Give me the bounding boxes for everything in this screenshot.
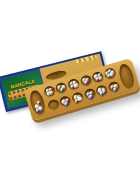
pit-bottom-1[interactable] <box>47 99 61 113</box>
brass-hinge-strip <box>76 55 97 64</box>
pit-bottom-3[interactable] <box>71 91 85 105</box>
pit-top-1[interactable] <box>43 85 57 99</box>
product-photo-scene: MANCALA <box>0 0 140 187</box>
stone-red <box>36 100 41 105</box>
pit-bottom-2[interactable] <box>59 95 73 109</box>
stone-white <box>73 83 78 88</box>
stone-white <box>38 106 43 111</box>
stone-white <box>77 97 82 102</box>
pit-bottom-4[interactable] <box>83 88 97 102</box>
pit-bottom-5[interactable] <box>95 84 109 98</box>
pit-top-3[interactable] <box>67 78 81 92</box>
pit-bottom-6[interactable] <box>108 81 122 95</box>
stone-red <box>102 89 107 94</box>
stone-amber <box>49 90 54 95</box>
pit-top-6[interactable] <box>103 67 117 81</box>
pit-top-5[interactable] <box>91 70 105 84</box>
pit-top-2[interactable] <box>55 81 69 95</box>
pit-top-4[interactable] <box>79 74 93 88</box>
stone-amber <box>98 76 103 81</box>
